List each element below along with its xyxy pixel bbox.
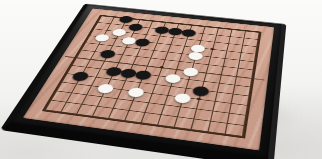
go-board: ●●●●●●●●●●●●●●●●●●●●●● xyxy=(0,3,286,159)
white-stone: ● xyxy=(172,90,194,104)
star-point xyxy=(210,47,214,49)
board-wood: ●●●●●●●●●●●●●●●●●●●●●● xyxy=(23,8,274,150)
white-stone: ● xyxy=(186,49,206,60)
star-point xyxy=(196,97,201,100)
star-point xyxy=(159,66,164,69)
black-stone: ● xyxy=(126,21,146,31)
white-stone: ● xyxy=(92,31,113,41)
board-frame: ●●●●●●●●●●●●●●●●●●●●●● xyxy=(0,3,286,159)
black-stone: ● xyxy=(98,47,119,58)
black-stone: ● xyxy=(70,69,93,81)
white-stone: ● xyxy=(125,84,148,97)
go-board-photo: ●●●●●●●●●●●●●●●●●●●●●● xyxy=(0,0,322,159)
grid-lines: ●●●●●●●●●●●●●●●●●●●●●● xyxy=(42,14,262,138)
white-stone: ● xyxy=(163,71,184,83)
white-stone: ● xyxy=(94,80,117,93)
black-stone: ● xyxy=(180,27,199,37)
black-stone: ● xyxy=(133,67,155,79)
black-stone: ● xyxy=(133,36,153,46)
